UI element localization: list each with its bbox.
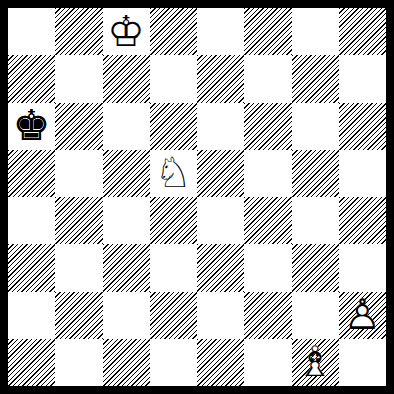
square-b3[interactable]	[55, 244, 102, 291]
square-h4[interactable]	[339, 197, 386, 244]
square-b8[interactable]	[55, 8, 102, 55]
square-e2[interactable]	[197, 292, 244, 339]
square-h2[interactable]: ♟♙	[339, 292, 386, 339]
square-a8[interactable]	[8, 8, 55, 55]
square-d2[interactable]	[150, 292, 197, 339]
square-e6[interactable]	[197, 103, 244, 150]
square-g8[interactable]	[292, 8, 339, 55]
square-b1[interactable]	[55, 339, 102, 386]
square-c3[interactable]	[103, 244, 150, 291]
square-e7[interactable]	[197, 55, 244, 102]
white-pawn[interactable]: ♟♙	[339, 292, 386, 339]
square-d3[interactable]	[150, 244, 197, 291]
square-a5[interactable]	[8, 150, 55, 197]
chessboard: ♚♔♚♚♞♘♟♙♝♗	[8, 8, 386, 386]
square-f2[interactable]	[244, 292, 291, 339]
square-f5[interactable]	[244, 150, 291, 197]
square-g6[interactable]	[292, 103, 339, 150]
square-c6[interactable]	[103, 103, 150, 150]
square-f1[interactable]	[244, 339, 291, 386]
white-king[interactable]: ♚♔	[103, 8, 150, 55]
square-c8[interactable]: ♚♔	[103, 8, 150, 55]
square-f4[interactable]	[244, 197, 291, 244]
white-bishop-icon: ♗	[296, 341, 334, 383]
white-knight-icon: ♘	[155, 152, 193, 194]
square-d6[interactable]	[150, 103, 197, 150]
square-b7[interactable]	[55, 55, 102, 102]
square-f8[interactable]	[244, 8, 291, 55]
square-g4[interactable]	[292, 197, 339, 244]
square-h1[interactable]	[339, 339, 386, 386]
square-b6[interactable]	[55, 103, 102, 150]
square-c4[interactable]	[103, 197, 150, 244]
square-e4[interactable]	[197, 197, 244, 244]
square-d5[interactable]: ♞♘	[150, 150, 197, 197]
square-h6[interactable]	[339, 103, 386, 150]
square-e1[interactable]	[197, 339, 244, 386]
square-d1[interactable]	[150, 339, 197, 386]
square-f7[interactable]	[244, 55, 291, 102]
square-c1[interactable]	[103, 339, 150, 386]
square-f3[interactable]	[244, 244, 291, 291]
chessboard-frame: ♚♔♚♚♞♘♟♙♝♗	[0, 0, 394, 394]
square-c5[interactable]	[103, 150, 150, 197]
square-h5[interactable]	[339, 150, 386, 197]
square-h8[interactable]	[339, 8, 386, 55]
white-bishop[interactable]: ♝♗	[292, 339, 339, 386]
square-d8[interactable]	[150, 8, 197, 55]
white-pawn-icon: ♙	[344, 294, 382, 336]
square-b5[interactable]	[55, 150, 102, 197]
square-e5[interactable]	[197, 150, 244, 197]
square-h7[interactable]	[339, 55, 386, 102]
square-g5[interactable]	[292, 150, 339, 197]
square-a1[interactable]	[8, 339, 55, 386]
square-c2[interactable]	[103, 292, 150, 339]
square-g3[interactable]	[292, 244, 339, 291]
square-a2[interactable]	[8, 292, 55, 339]
square-d4[interactable]	[150, 197, 197, 244]
black-king-icon: ♚	[13, 105, 51, 147]
square-g1[interactable]: ♝♗	[292, 339, 339, 386]
square-e3[interactable]	[197, 244, 244, 291]
white-knight[interactable]: ♞♘	[150, 150, 197, 197]
square-g7[interactable]	[292, 55, 339, 102]
square-d7[interactable]	[150, 55, 197, 102]
square-a6[interactable]: ♚♚	[8, 103, 55, 150]
square-a3[interactable]	[8, 244, 55, 291]
square-f6[interactable]	[244, 103, 291, 150]
square-c7[interactable]	[103, 55, 150, 102]
square-b2[interactable]	[55, 292, 102, 339]
square-a4[interactable]	[8, 197, 55, 244]
square-g2[interactable]	[292, 292, 339, 339]
square-e8[interactable]	[197, 8, 244, 55]
black-king[interactable]: ♚♚	[8, 103, 55, 150]
square-b4[interactable]	[55, 197, 102, 244]
square-a7[interactable]	[8, 55, 55, 102]
square-h3[interactable]	[339, 244, 386, 291]
white-king-icon: ♔	[107, 11, 145, 53]
